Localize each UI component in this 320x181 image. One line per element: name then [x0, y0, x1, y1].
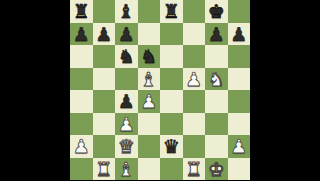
piece-black-pawn-h7[interactable]: ♟	[230, 22, 247, 45]
square-c5[interactable]	[115, 68, 138, 91]
square-h1[interactable]	[228, 158, 251, 181]
piece-white-rook-b1[interactable]: ♜	[95, 157, 112, 180]
square-c1[interactable]: ♝	[115, 158, 138, 181]
square-e3[interactable]	[160, 113, 183, 136]
square-d2[interactable]	[138, 135, 161, 158]
square-c8[interactable]: ♝	[115, 0, 138, 23]
square-f3[interactable]	[183, 113, 206, 136]
piece-black-pawn-a7[interactable]: ♟	[73, 22, 90, 45]
piece-black-pawn-c7[interactable]: ♟	[118, 22, 135, 45]
square-c3[interactable]: ♟	[115, 113, 138, 136]
square-d7[interactable]	[138, 23, 161, 46]
square-c2[interactable]: ♛	[115, 135, 138, 158]
square-a7[interactable]: ♟	[70, 23, 93, 46]
square-d5[interactable]: ♝	[138, 68, 161, 91]
piece-white-bishop-d5[interactable]: ♝	[140, 67, 157, 90]
square-d3[interactable]	[138, 113, 161, 136]
piece-white-bishop-c1[interactable]: ♝	[118, 157, 135, 180]
square-g5[interactable]: ♞	[205, 68, 228, 91]
piece-white-pawn-h2[interactable]: ♟	[230, 135, 247, 158]
square-e1[interactable]	[160, 158, 183, 181]
square-b6[interactable]	[93, 45, 116, 68]
square-h2[interactable]: ♟	[228, 135, 251, 158]
square-c4[interactable]: ♟	[115, 90, 138, 113]
piece-white-pawn-d4[interactable]: ♟	[140, 90, 157, 113]
square-a8[interactable]: ♜	[70, 0, 93, 23]
square-b8[interactable]	[93, 0, 116, 23]
square-h6[interactable]	[228, 45, 251, 68]
piece-black-pawn-b7[interactable]: ♟	[95, 22, 112, 45]
letterbox-right	[250, 0, 320, 180]
piece-white-knight-g5[interactable]: ♞	[208, 67, 225, 90]
square-a5[interactable]	[70, 68, 93, 91]
square-e5[interactable]	[160, 68, 183, 91]
square-f7[interactable]	[183, 23, 206, 46]
square-b7[interactable]: ♟	[93, 23, 116, 46]
piece-black-knight-c6[interactable]: ♞	[118, 45, 135, 68]
square-a6[interactable]	[70, 45, 93, 68]
square-a4[interactable]	[70, 90, 93, 113]
letterbox-left	[0, 0, 70, 180]
square-h8[interactable]	[228, 0, 251, 23]
square-g7[interactable]: ♟	[205, 23, 228, 46]
square-f5[interactable]: ♟	[183, 68, 206, 91]
piece-white-rook-f1[interactable]: ♜	[185, 157, 202, 180]
square-h3[interactable]	[228, 113, 251, 136]
square-e4[interactable]	[160, 90, 183, 113]
piece-black-rook-e8[interactable]: ♜	[163, 0, 180, 22]
square-a1[interactable]	[70, 158, 93, 181]
square-b5[interactable]	[93, 68, 116, 91]
square-g3[interactable]	[205, 113, 228, 136]
square-h4[interactable]	[228, 90, 251, 113]
piece-black-queen-e2[interactable]: ♛	[163, 135, 180, 158]
square-d1[interactable]	[138, 158, 161, 181]
square-f4[interactable]	[183, 90, 206, 113]
piece-black-rook-a8[interactable]: ♜	[73, 0, 90, 22]
square-d8[interactable]	[138, 0, 161, 23]
square-a3[interactable]	[70, 113, 93, 136]
chess-board: ♜♝♜♚♟♟♟♟♟♞♞♝♟♞♟♟♟♟♛♛♟♜♝♜♚	[70, 0, 250, 180]
square-c6[interactable]: ♞	[115, 45, 138, 68]
square-h5[interactable]	[228, 68, 251, 91]
square-f8[interactable]	[183, 0, 206, 23]
piece-black-pawn-c4[interactable]: ♟	[118, 90, 135, 113]
square-b2[interactable]	[93, 135, 116, 158]
square-h7[interactable]: ♟	[228, 23, 251, 46]
piece-white-pawn-c3[interactable]: ♟	[118, 112, 135, 135]
square-f2[interactable]	[183, 135, 206, 158]
square-b4[interactable]	[93, 90, 116, 113]
square-e8[interactable]: ♜	[160, 0, 183, 23]
square-c7[interactable]: ♟	[115, 23, 138, 46]
piece-black-king-g8[interactable]: ♚	[208, 0, 225, 22]
square-e7[interactable]	[160, 23, 183, 46]
square-d6[interactable]: ♞	[138, 45, 161, 68]
piece-white-king-g1[interactable]: ♚	[208, 157, 225, 180]
square-f1[interactable]: ♜	[183, 158, 206, 181]
piece-black-bishop-c8[interactable]: ♝	[118, 0, 135, 22]
square-g2[interactable]	[205, 135, 228, 158]
square-a2[interactable]: ♟	[70, 135, 93, 158]
square-g4[interactable]	[205, 90, 228, 113]
square-e2[interactable]: ♛	[160, 135, 183, 158]
square-f6[interactable]	[183, 45, 206, 68]
piece-black-pawn-g7[interactable]: ♟	[208, 22, 225, 45]
piece-white-pawn-a2[interactable]: ♟	[73, 135, 90, 158]
square-e6[interactable]	[160, 45, 183, 68]
square-b3[interactable]	[93, 113, 116, 136]
square-g1[interactable]: ♚	[205, 158, 228, 181]
square-b1[interactable]: ♜	[93, 158, 116, 181]
piece-white-pawn-f5[interactable]: ♟	[185, 67, 202, 90]
piece-white-queen-c2[interactable]: ♛	[118, 135, 135, 158]
square-g6[interactable]	[205, 45, 228, 68]
square-g8[interactable]: ♚	[205, 0, 228, 23]
piece-black-knight-d6[interactable]: ♞	[140, 45, 157, 68]
square-d4[interactable]: ♟	[138, 90, 161, 113]
